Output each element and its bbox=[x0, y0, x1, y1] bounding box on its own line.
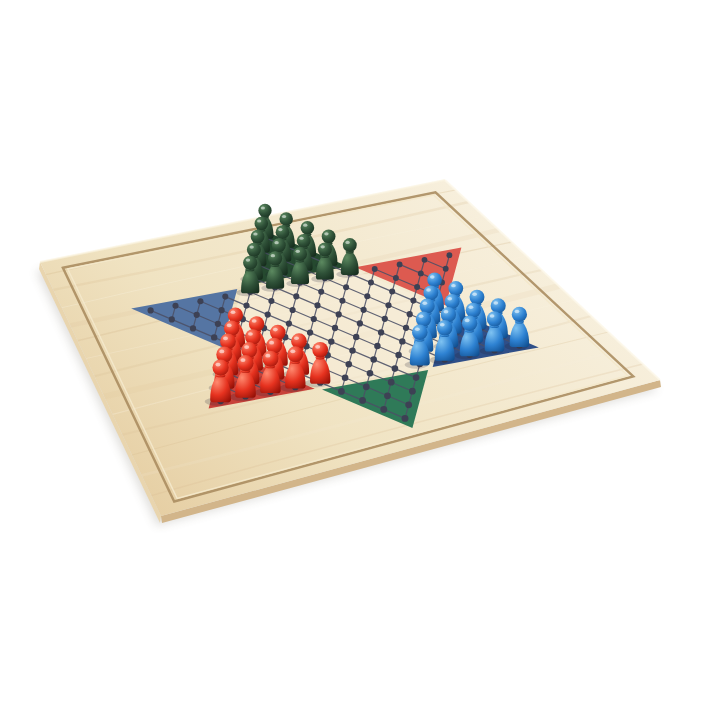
product-photo bbox=[0, 0, 710, 710]
chinese-checkers-board bbox=[0, 0, 710, 710]
